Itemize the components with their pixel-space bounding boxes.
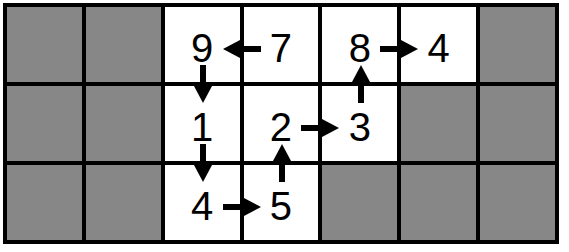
cell-number: 4 <box>428 21 450 68</box>
cell-r2c1-blocked <box>86 165 161 240</box>
cell-r0c0-blocked <box>7 7 82 82</box>
cell-r2c2[interactable]: 4 <box>165 165 240 240</box>
cell-number: 5 <box>270 179 292 226</box>
cell-r0c4[interactable]: 8 <box>322 7 397 82</box>
cell-number: 8 <box>349 21 371 68</box>
cell-r2c5-blocked <box>401 165 476 240</box>
cell-r0c6-blocked <box>480 7 555 82</box>
cell-r1c5-blocked <box>401 86 476 161</box>
cell-r0c2[interactable]: 9 <box>165 7 240 82</box>
cell-r2c0-blocked <box>7 165 82 240</box>
cell-number: 3 <box>349 100 371 147</box>
cell-r0c3[interactable]: 7 <box>244 7 319 82</box>
cell-r2c3[interactable]: 5 <box>244 165 319 240</box>
cell-r2c6-blocked <box>480 165 555 240</box>
cell-r1c2[interactable]: 1 <box>165 86 240 161</box>
cell-number: 1 <box>191 100 213 147</box>
cell-r2c4-blocked <box>322 165 397 240</box>
board: 978412345 <box>3 3 559 244</box>
cell-r0c1-blocked <box>86 7 161 82</box>
cell-number: 4 <box>191 179 213 226</box>
cell-r1c1-blocked <box>86 86 161 161</box>
cell-number: 2 <box>270 100 292 147</box>
cell-r1c0-blocked <box>7 86 82 161</box>
puzzle-diagram: 978412345 <box>0 0 569 252</box>
cell-r1c3[interactable]: 2 <box>244 86 319 161</box>
cell-number: 9 <box>191 21 213 68</box>
cell-number: 7 <box>270 21 292 68</box>
cell-r1c4[interactable]: 3 <box>322 86 397 161</box>
cell-r0c5[interactable]: 4 <box>401 7 476 82</box>
cell-r1c6-blocked <box>480 86 555 161</box>
